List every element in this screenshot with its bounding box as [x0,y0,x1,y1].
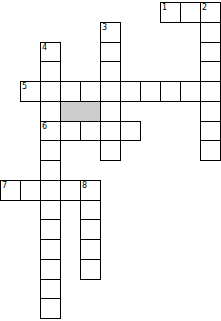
crossword-cell[interactable] [60,81,81,102]
crossword-cell[interactable] [40,259,61,280]
crossword-cell[interactable] [80,239,101,260]
clue-number: 6 [42,122,47,131]
clue-number: 8 [82,181,87,190]
crossword-cell[interactable] [100,42,121,63]
clue-number: 5 [22,82,27,91]
crossword-cell[interactable] [80,259,101,280]
crossword-cell[interactable] [60,121,81,142]
crossword-cell[interactable] [200,140,221,161]
crossword-cell[interactable] [40,239,61,260]
crossword-cell[interactable] [40,101,61,122]
crossword-cell[interactable] [200,101,221,122]
crossword-cell[interactable] [160,81,181,102]
clue-number: 3 [102,23,107,32]
crossword-cell[interactable]: 6 [40,121,61,142]
crossword-cell[interactable] [200,121,221,142]
crossword-cell[interactable]: 3 [100,22,121,43]
crossword-cell[interactable] [100,121,121,142]
clue-number: 2 [202,3,207,12]
crossword-cell[interactable] [80,81,101,102]
crossword-cell[interactable] [40,219,61,240]
crossword-cell[interactable] [180,81,201,102]
crossword-cell[interactable] [200,61,221,82]
crossword-cell[interactable] [100,101,121,122]
crossword-cell[interactable] [40,200,61,221]
clue-number: 7 [2,181,7,190]
crossword-cell[interactable]: 2 [200,2,221,23]
crossword-cell[interactable] [40,160,61,181]
crossword-cell[interactable] [20,180,41,201]
crossword-cell[interactable]: 4 [40,42,61,63]
clue-number: 4 [42,43,47,52]
crossword-cell[interactable] [40,298,61,319]
crossword-cell[interactable] [180,2,201,23]
crossword-cell[interactable] [100,140,121,161]
blocked-cell [60,101,101,122]
crossword-cell[interactable] [100,61,121,82]
crossword-cell[interactable] [40,180,61,201]
crossword-cell[interactable] [100,81,121,102]
crossword-cell[interactable] [120,121,141,142]
crossword-cell[interactable] [140,81,161,102]
crossword-cell[interactable] [200,22,221,43]
crossword-cell[interactable]: 8 [80,180,101,201]
crossword-cell[interactable] [200,81,221,102]
crossword-cell[interactable] [80,121,101,142]
crossword-cell[interactable] [60,180,81,201]
crossword-cell[interactable] [40,279,61,300]
crossword-cell[interactable] [40,81,61,102]
crossword-board: 12345678 [0,0,221,321]
crossword-cell[interactable] [200,42,221,63]
crossword-cell[interactable] [40,140,61,161]
crossword-cell[interactable] [80,200,101,221]
clue-number: 1 [162,3,167,12]
crossword-cell[interactable] [80,219,101,240]
crossword-cell[interactable] [40,61,61,82]
crossword-cell[interactable]: 5 [20,81,41,102]
crossword-cell[interactable]: 1 [160,2,181,23]
crossword-cell[interactable]: 7 [0,180,21,201]
crossword-cell[interactable] [120,81,141,102]
